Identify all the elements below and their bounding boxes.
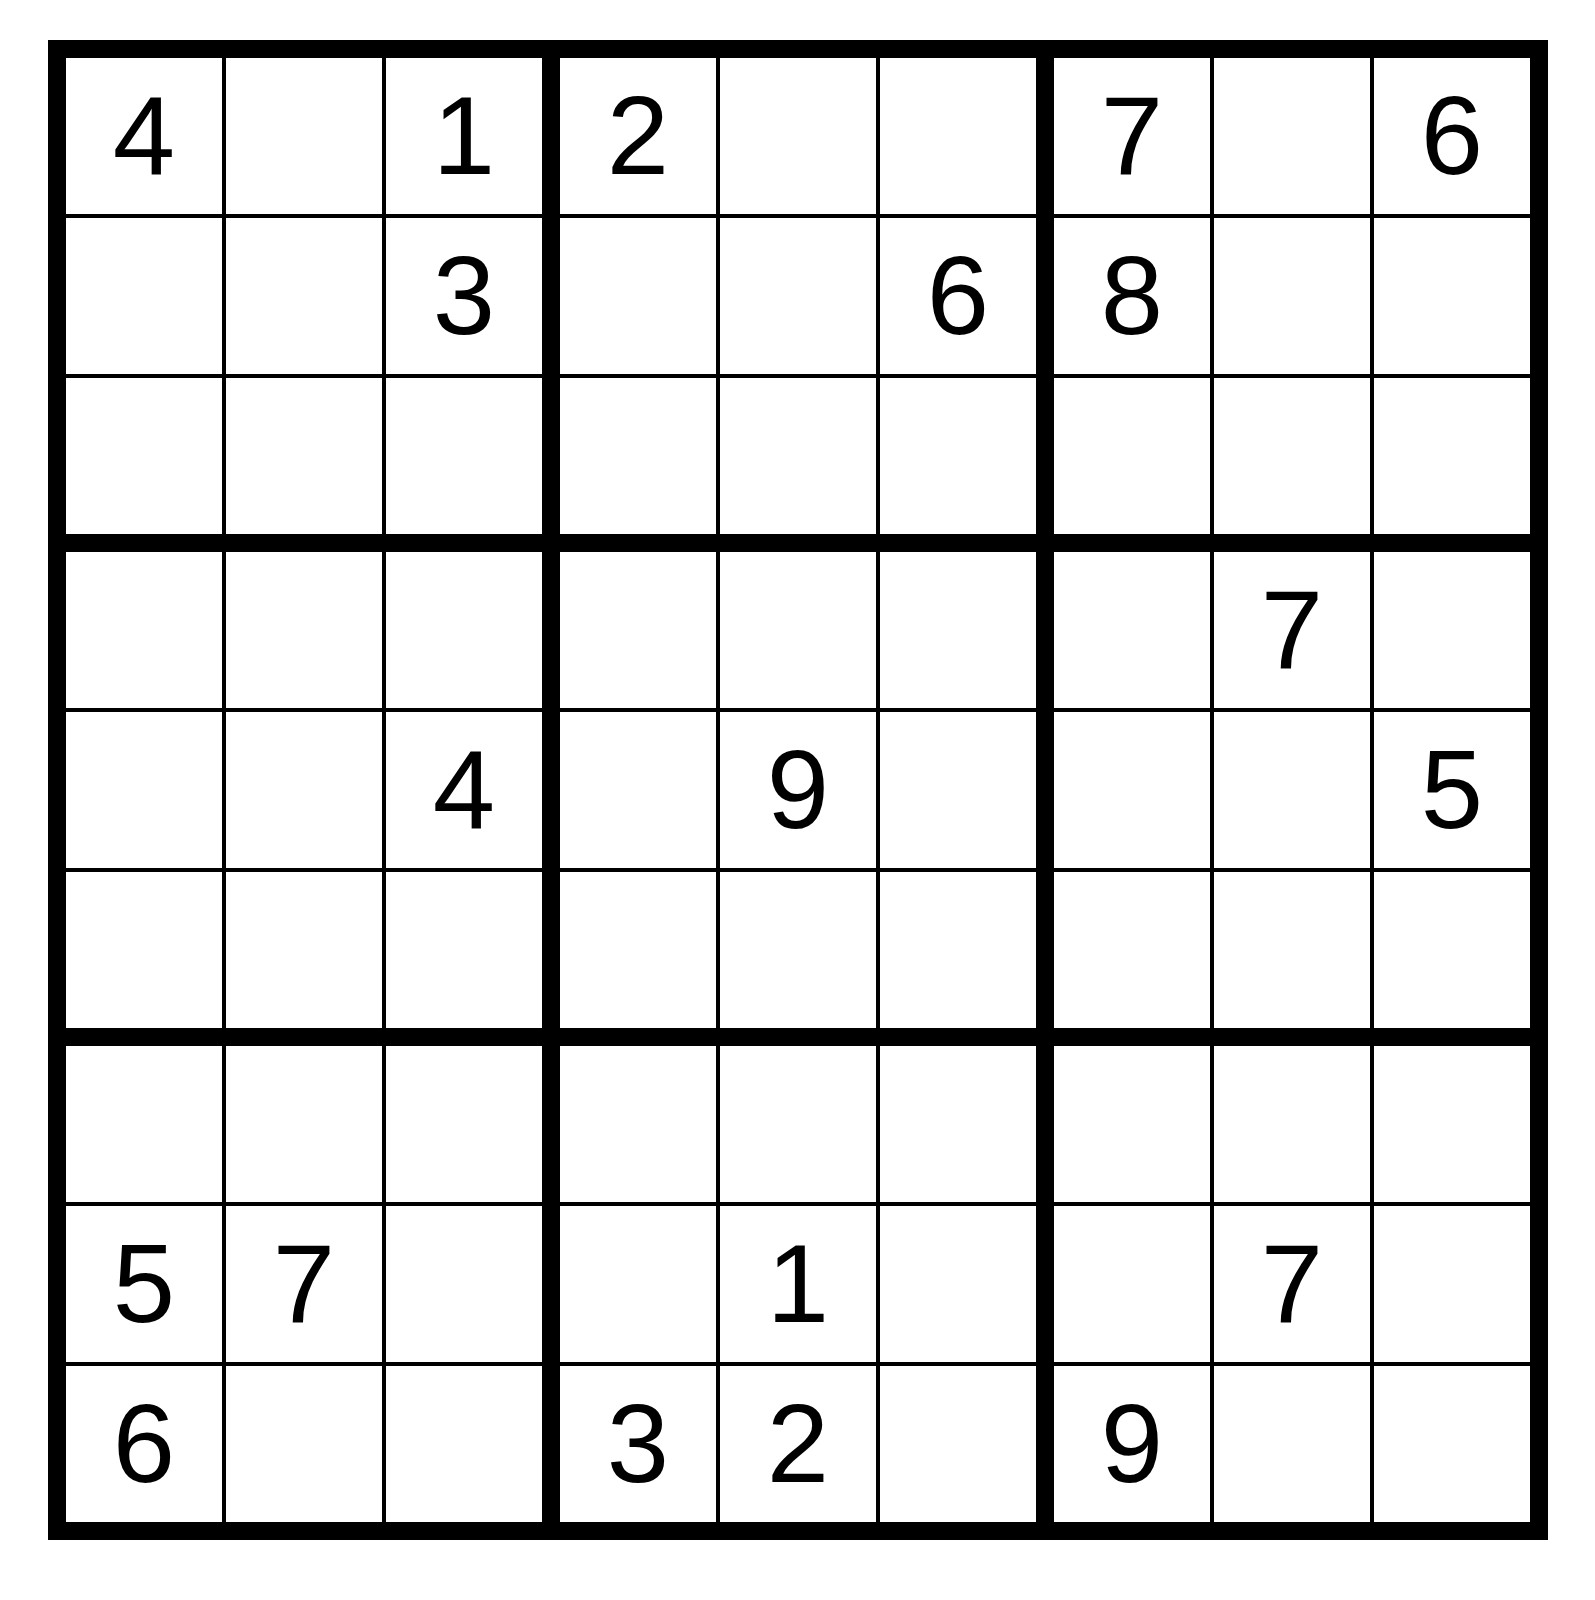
cell-r2c6[interactable]: 6 [880, 218, 1036, 374]
cell-r7c7[interactable] [1054, 1046, 1210, 1202]
cell-r8c4[interactable] [560, 1206, 716, 1362]
cell-r6c7[interactable] [1054, 872, 1210, 1028]
cell-r6c5[interactable] [720, 872, 876, 1028]
cell-r4c3[interactable] [386, 552, 542, 708]
cell-r6c4[interactable] [560, 872, 716, 1028]
cell-r9c4[interactable]: 3 [560, 1366, 716, 1522]
cell-r2c2[interactable] [226, 218, 382, 374]
cell-r3c7[interactable] [1054, 378, 1210, 534]
cell-r8c8[interactable]: 7 [1214, 1206, 1370, 1362]
cell-r8c3[interactable] [386, 1206, 542, 1362]
box-r1c3: 768 [1054, 58, 1530, 534]
cell-r5c2[interactable] [226, 712, 382, 868]
cell-r1c1[interactable]: 4 [66, 58, 222, 214]
cell-r7c5[interactable] [720, 1046, 876, 1202]
cell-r9c6[interactable] [880, 1366, 1036, 1522]
box-r2c3: 75 [1054, 552, 1530, 1028]
cell-r2c7[interactable]: 8 [1054, 218, 1210, 374]
cell-r7c2[interactable] [226, 1046, 382, 1202]
cell-r1c9[interactable]: 6 [1374, 58, 1530, 214]
sudoku-puzzle-page: 41326768497557613279 [0, 0, 1595, 1600]
cell-r5c4[interactable] [560, 712, 716, 868]
cell-r9c1[interactable]: 6 [66, 1366, 222, 1522]
cell-r5c3[interactable]: 4 [386, 712, 542, 868]
cell-r2c8[interactable] [1214, 218, 1370, 374]
cell-r7c8[interactable] [1214, 1046, 1370, 1202]
cell-r4c8[interactable]: 7 [1214, 552, 1370, 708]
cell-r1c5[interactable] [720, 58, 876, 214]
cell-r1c2[interactable] [226, 58, 382, 214]
cell-r1c6[interactable] [880, 58, 1036, 214]
cell-r2c5[interactable] [720, 218, 876, 374]
cell-r4c6[interactable] [880, 552, 1036, 708]
cell-r3c9[interactable] [1374, 378, 1530, 534]
cell-r1c4[interactable]: 2 [560, 58, 716, 214]
box-r2c1: 4 [66, 552, 542, 1028]
cell-r3c1[interactable] [66, 378, 222, 534]
cell-r1c7[interactable]: 7 [1054, 58, 1210, 214]
box-r3c3: 79 [1054, 1046, 1530, 1522]
cell-r7c6[interactable] [880, 1046, 1036, 1202]
cell-r2c3[interactable]: 3 [386, 218, 542, 374]
cell-r5c6[interactable] [880, 712, 1036, 868]
cell-r7c4[interactable] [560, 1046, 716, 1202]
cell-r1c3[interactable]: 1 [386, 58, 542, 214]
cell-r9c3[interactable] [386, 1366, 542, 1522]
cell-r5c9[interactable]: 5 [1374, 712, 1530, 868]
cell-r2c9[interactable] [1374, 218, 1530, 374]
cell-r3c2[interactable] [226, 378, 382, 534]
cell-r9c5[interactable]: 2 [720, 1366, 876, 1522]
cell-r7c9[interactable] [1374, 1046, 1530, 1202]
cell-r8c1[interactable]: 5 [66, 1206, 222, 1362]
cell-r4c4[interactable] [560, 552, 716, 708]
cell-r5c7[interactable] [1054, 712, 1210, 868]
cell-r3c6[interactable] [880, 378, 1036, 534]
cell-r4c7[interactable] [1054, 552, 1210, 708]
cell-r3c4[interactable] [560, 378, 716, 534]
cell-r9c7[interactable]: 9 [1054, 1366, 1210, 1522]
cell-r3c3[interactable] [386, 378, 542, 534]
cell-r8c2[interactable]: 7 [226, 1206, 382, 1362]
cell-r5c5[interactable]: 9 [720, 712, 876, 868]
cell-r4c9[interactable] [1374, 552, 1530, 708]
cell-r3c5[interactable] [720, 378, 876, 534]
cell-r1c8[interactable] [1214, 58, 1370, 214]
cell-r9c2[interactable] [226, 1366, 382, 1522]
cell-r7c3[interactable] [386, 1046, 542, 1202]
box-r1c2: 26 [560, 58, 1036, 534]
cell-r6c2[interactable] [226, 872, 382, 1028]
cell-r8c6[interactable] [880, 1206, 1036, 1362]
cell-r6c6[interactable] [880, 872, 1036, 1028]
cell-r8c9[interactable] [1374, 1206, 1530, 1362]
cell-r2c1[interactable] [66, 218, 222, 374]
cell-r6c9[interactable] [1374, 872, 1530, 1028]
cell-r4c2[interactable] [226, 552, 382, 708]
cell-r5c1[interactable] [66, 712, 222, 868]
cell-r6c3[interactable] [386, 872, 542, 1028]
cell-r2c4[interactable] [560, 218, 716, 374]
cell-r6c8[interactable] [1214, 872, 1370, 1028]
cell-r3c8[interactable] [1214, 378, 1370, 534]
cell-r6c1[interactable] [66, 872, 222, 1028]
cell-r8c7[interactable] [1054, 1206, 1210, 1362]
box-r1c1: 413 [66, 58, 542, 534]
cell-r7c1[interactable] [66, 1046, 222, 1202]
cell-r8c5[interactable]: 1 [720, 1206, 876, 1362]
cell-r4c5[interactable] [720, 552, 876, 708]
cell-r9c9[interactable] [1374, 1366, 1530, 1522]
cell-r9c8[interactable] [1214, 1366, 1370, 1522]
sudoku-board: 41326768497557613279 [48, 40, 1548, 1540]
box-r2c2: 9 [560, 552, 1036, 1028]
box-r3c2: 132 [560, 1046, 1036, 1522]
cell-r4c1[interactable] [66, 552, 222, 708]
cell-r5c8[interactable] [1214, 712, 1370, 868]
box-r3c1: 576 [66, 1046, 542, 1522]
